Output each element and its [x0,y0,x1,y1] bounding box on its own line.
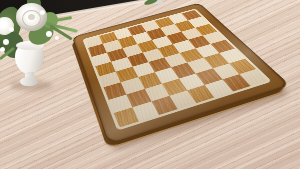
flower-pot-base [20,77,38,86]
filler-flower [46,31,52,37]
filler-flower [0,47,5,52]
filler-flower [40,10,45,15]
filler-flower [9,27,14,32]
filler-flower [55,36,59,40]
white-rose [16,3,47,31]
photo-scene [0,0,300,169]
flower-arrangement [0,0,95,100]
filler-flower [3,39,9,45]
rose-center [28,14,35,20]
